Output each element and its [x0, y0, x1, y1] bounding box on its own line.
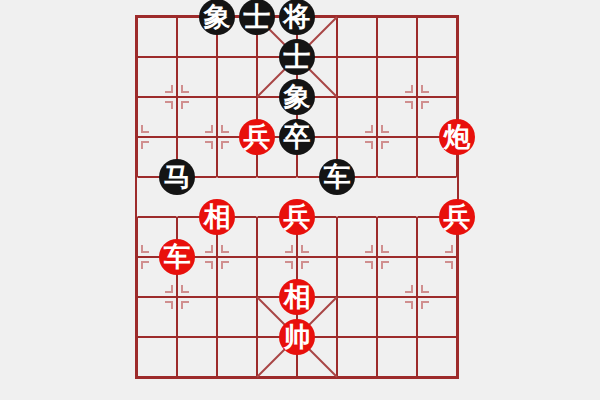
piece-red-elephant[interactable]: 相	[279, 279, 315, 315]
piece-red-chariot[interactable]: 车	[159, 239, 195, 275]
piece-black-general[interactable]: 将	[279, 0, 315, 35]
piece-red-pawn[interactable]: 兵	[239, 119, 275, 155]
piece-red-pawn[interactable]: 兵	[439, 199, 475, 235]
piece-black-advisor[interactable]: 士	[239, 0, 275, 35]
xiangqi-board: 象士将士象兵卒炮马车相兵兵车相帅	[135, 15, 459, 379]
piece-black-advisor[interactable]: 士	[279, 39, 315, 75]
piece-red-cannon[interactable]: 炮	[439, 119, 475, 155]
piece-black-horse[interactable]: 马	[159, 159, 195, 195]
piece-red-elephant[interactable]: 相	[199, 199, 235, 235]
piece-black-elephant[interactable]: 象	[279, 79, 315, 115]
piece-black-pawn[interactable]: 卒	[279, 119, 315, 155]
piece-black-elephant[interactable]: 象	[199, 0, 235, 35]
piece-red-pawn[interactable]: 兵	[279, 199, 315, 235]
piece-red-general[interactable]: 帅	[279, 319, 315, 355]
piece-layer: 象士将士象兵卒炮马车相兵兵车相帅	[137, 17, 457, 377]
piece-black-chariot[interactable]: 车	[319, 159, 355, 195]
board-area: 象士将士象兵卒炮马车相兵兵车相帅	[0, 0, 600, 400]
